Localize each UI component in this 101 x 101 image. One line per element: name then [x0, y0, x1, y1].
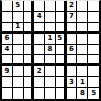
- cell-r1c5[interactable]: [45, 1, 56, 12]
- cell-r3c3[interactable]: [24, 23, 35, 34]
- cell-r8c2[interactable]: [13, 77, 24, 88]
- cell-r9c9[interactable]: 5: [88, 88, 99, 99]
- cell-r6c6[interactable]: [56, 55, 67, 66]
- cell-r2c6[interactable]: [56, 12, 67, 23]
- cell-r3c1[interactable]: [2, 23, 13, 34]
- cell-r3c7[interactable]: [67, 23, 78, 34]
- cell-r9c2[interactable]: [13, 88, 24, 99]
- cell-r7c1[interactable]: 9: [2, 66, 13, 77]
- cell-r2c5[interactable]: [45, 12, 56, 23]
- cell-r2c9[interactable]: [88, 12, 99, 23]
- cell-r4c9[interactable]: [88, 34, 99, 45]
- cell-r5c6[interactable]: [56, 45, 67, 56]
- cell-r5c4[interactable]: [34, 45, 45, 56]
- cell-r9c4[interactable]: [34, 88, 45, 99]
- cell-r9c8[interactable]: 8: [77, 88, 88, 99]
- cell-r3c2[interactable]: 1: [13, 23, 24, 34]
- cell-r7c5[interactable]: [45, 66, 56, 77]
- cell-r7c6[interactable]: [56, 66, 67, 77]
- cell-r8c6[interactable]: [56, 77, 67, 88]
- sudoku-board: 52471615486923185: [0, 0, 101, 101]
- cell-r6c2[interactable]: [13, 55, 24, 66]
- cell-r9c7[interactable]: [67, 88, 78, 99]
- cell-r1c2[interactable]: 5: [13, 1, 24, 12]
- cell-r4c1[interactable]: 6: [2, 34, 13, 45]
- cell-r2c4[interactable]: 4: [34, 12, 45, 23]
- cell-r3c6[interactable]: [56, 23, 67, 34]
- cell-r6c7[interactable]: [67, 55, 78, 66]
- cell-r6c9[interactable]: [88, 55, 99, 66]
- cell-r9c5[interactable]: [45, 88, 56, 99]
- cell-r1c7[interactable]: 2: [67, 1, 78, 12]
- cell-r5c9[interactable]: [88, 45, 99, 56]
- cell-r1c8[interactable]: [77, 1, 88, 12]
- cell-r1c6[interactable]: [56, 1, 67, 12]
- cell-r2c1[interactable]: [2, 12, 13, 23]
- cell-r6c8[interactable]: [77, 55, 88, 66]
- cell-r8c9[interactable]: [88, 77, 99, 88]
- cell-r5c7[interactable]: 6: [67, 45, 78, 56]
- cell-r8c8[interactable]: 1: [77, 77, 88, 88]
- cell-r8c1[interactable]: [2, 77, 13, 88]
- cell-r6c1[interactable]: [2, 55, 13, 66]
- cell-r7c9[interactable]: [88, 66, 99, 77]
- cell-r1c9[interactable]: [88, 1, 99, 12]
- cell-r1c4[interactable]: [34, 1, 45, 12]
- cell-r7c7[interactable]: [67, 66, 78, 77]
- cell-r7c3[interactable]: [24, 66, 35, 77]
- cell-r2c3[interactable]: [24, 12, 35, 23]
- cell-r8c7[interactable]: 3: [67, 77, 78, 88]
- cell-r6c3[interactable]: [24, 55, 35, 66]
- cell-r9c6[interactable]: [56, 88, 67, 99]
- cell-r3c4[interactable]: [34, 23, 45, 34]
- cell-r3c8[interactable]: [77, 23, 88, 34]
- cell-r5c3[interactable]: [24, 45, 35, 56]
- cell-r3c5[interactable]: [45, 23, 56, 34]
- cell-r9c3[interactable]: [24, 88, 35, 99]
- cell-r4c7[interactable]: [67, 34, 78, 45]
- cell-r2c2[interactable]: [13, 12, 24, 23]
- cell-r7c8[interactable]: [77, 66, 88, 77]
- cell-r5c2[interactable]: [13, 45, 24, 56]
- cell-r6c4[interactable]: [34, 55, 45, 66]
- cell-r7c4[interactable]: 2: [34, 66, 45, 77]
- cell-r5c5[interactable]: 8: [45, 45, 56, 56]
- cell-r8c5[interactable]: [45, 77, 56, 88]
- cell-r1c1[interactable]: [2, 1, 13, 12]
- cell-r2c8[interactable]: [77, 12, 88, 23]
- cell-r2c7[interactable]: 7: [67, 12, 78, 23]
- cell-r4c6[interactable]: 5: [56, 34, 67, 45]
- cell-r5c8[interactable]: [77, 45, 88, 56]
- cell-r8c3[interactable]: [24, 77, 35, 88]
- cell-r4c5[interactable]: 1: [45, 34, 56, 45]
- cell-r8c4[interactable]: [34, 77, 45, 88]
- cell-r7c2[interactable]: [13, 66, 24, 77]
- cell-r4c2[interactable]: [13, 34, 24, 45]
- cell-r4c8[interactable]: [77, 34, 88, 45]
- cell-r6c5[interactable]: [45, 55, 56, 66]
- cell-r1c3[interactable]: [24, 1, 35, 12]
- cell-r4c4[interactable]: [34, 34, 45, 45]
- cell-r9c1[interactable]: [2, 88, 13, 99]
- cell-r4c3[interactable]: [24, 34, 35, 45]
- cell-r5c1[interactable]: 4: [2, 45, 13, 56]
- cell-r3c9[interactable]: [88, 23, 99, 34]
